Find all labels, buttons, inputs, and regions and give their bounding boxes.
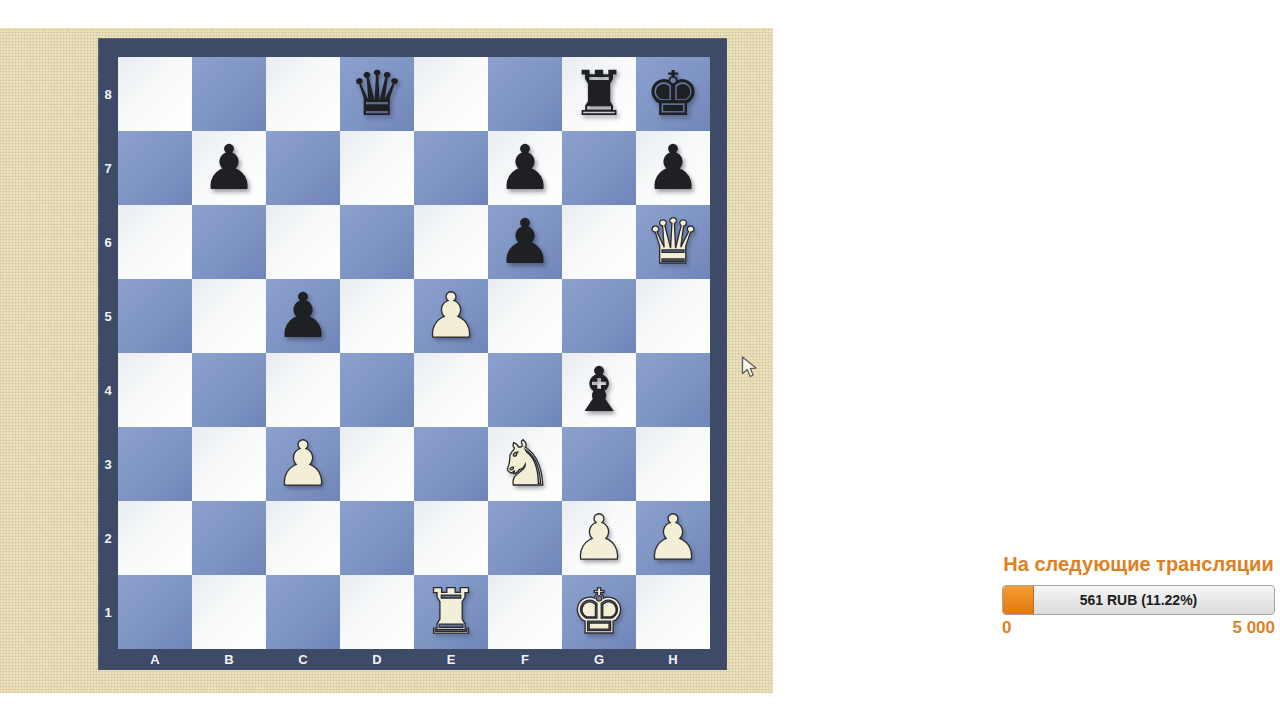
file-label-c: C xyxy=(266,649,340,670)
square-b4[interactable] xyxy=(192,353,266,427)
black-rook-piece: ♜ xyxy=(571,57,627,131)
square-c3[interactable]: ♟ xyxy=(266,427,340,501)
rank-label-7: 7 xyxy=(98,131,118,205)
board-grid: ♛♜♚♟♟♟♟♛♟♟♝♟♞♟♟♜♚ xyxy=(118,57,710,649)
white-pawn-piece: ♟ xyxy=(423,279,479,353)
square-e8[interactable] xyxy=(414,57,488,131)
square-b3[interactable] xyxy=(192,427,266,501)
square-b5[interactable] xyxy=(192,279,266,353)
square-b6[interactable] xyxy=(192,205,266,279)
square-e3[interactable] xyxy=(414,427,488,501)
square-f7[interactable]: ♟ xyxy=(488,131,562,205)
square-e4[interactable] xyxy=(414,353,488,427)
square-h5[interactable] xyxy=(636,279,710,353)
square-a4[interactable] xyxy=(118,353,192,427)
donation-progress-bar: 561 RUB (11.22%) xyxy=(1002,585,1275,615)
rank-labels: 87654321 xyxy=(98,57,118,649)
file-label-e: E xyxy=(414,649,488,670)
square-c6[interactable] xyxy=(266,205,340,279)
rank-label-3: 3 xyxy=(98,427,118,501)
square-b1[interactable] xyxy=(192,575,266,649)
square-d8[interactable]: ♛ xyxy=(340,57,414,131)
square-f8[interactable] xyxy=(488,57,562,131)
square-f5[interactable] xyxy=(488,279,562,353)
rank-label-1: 1 xyxy=(98,575,118,649)
square-b7[interactable]: ♟ xyxy=(192,131,266,205)
black-pawn-piece: ♟ xyxy=(645,131,701,205)
square-g8[interactable]: ♜ xyxy=(562,57,636,131)
file-label-h: H xyxy=(636,649,710,670)
file-label-g: G xyxy=(562,649,636,670)
square-a5[interactable] xyxy=(118,279,192,353)
file-label-d: D xyxy=(340,649,414,670)
rank-label-8: 8 xyxy=(98,57,118,131)
square-e6[interactable] xyxy=(414,205,488,279)
square-c2[interactable] xyxy=(266,501,340,575)
square-c5[interactable]: ♟ xyxy=(266,279,340,353)
square-d3[interactable] xyxy=(340,427,414,501)
white-king-piece: ♚ xyxy=(571,575,627,649)
square-c1[interactable] xyxy=(266,575,340,649)
white-pawn-piece: ♟ xyxy=(645,501,701,575)
square-c7[interactable] xyxy=(266,131,340,205)
donation-max-label: 5 000 xyxy=(1232,618,1275,638)
square-g4[interactable]: ♝ xyxy=(562,353,636,427)
square-h3[interactable] xyxy=(636,427,710,501)
square-h8[interactable]: ♚ xyxy=(636,57,710,131)
square-a7[interactable] xyxy=(118,131,192,205)
black-pawn-piece: ♟ xyxy=(201,131,257,205)
square-g3[interactable] xyxy=(562,427,636,501)
square-h7[interactable]: ♟ xyxy=(636,131,710,205)
rank-label-5: 5 xyxy=(98,279,118,353)
white-pawn-piece: ♟ xyxy=(571,501,627,575)
file-label-f: F xyxy=(488,649,562,670)
file-label-a: A xyxy=(118,649,192,670)
donation-widget: На следующие трансляции 561 RUB (11.22%)… xyxy=(1002,553,1275,638)
square-e2[interactable] xyxy=(414,501,488,575)
square-d2[interactable] xyxy=(340,501,414,575)
square-a3[interactable] xyxy=(118,427,192,501)
square-f2[interactable] xyxy=(488,501,562,575)
square-e1[interactable]: ♜ xyxy=(414,575,488,649)
black-pawn-piece: ♟ xyxy=(275,279,331,353)
square-b2[interactable] xyxy=(192,501,266,575)
square-e5[interactable]: ♟ xyxy=(414,279,488,353)
square-g5[interactable] xyxy=(562,279,636,353)
square-a1[interactable] xyxy=(118,575,192,649)
white-rook-piece: ♜ xyxy=(423,575,479,649)
donation-amount-label: 561 RUB (11.22%) xyxy=(1003,586,1274,614)
file-labels: ABCDEFGH xyxy=(118,649,710,670)
square-e7[interactable] xyxy=(414,131,488,205)
white-pawn-piece: ♟ xyxy=(275,427,331,501)
square-d6[interactable] xyxy=(340,205,414,279)
donation-title: На следующие трансляции xyxy=(1002,553,1275,576)
square-d7[interactable] xyxy=(340,131,414,205)
square-c8[interactable] xyxy=(266,57,340,131)
black-queen-piece: ♛ xyxy=(349,57,405,131)
square-c4[interactable] xyxy=(266,353,340,427)
square-b8[interactable] xyxy=(192,57,266,131)
black-pawn-piece: ♟ xyxy=(497,205,553,279)
black-king-piece: ♚ xyxy=(645,57,701,131)
square-d5[interactable] xyxy=(340,279,414,353)
rank-label-6: 6 xyxy=(98,205,118,279)
square-g6[interactable] xyxy=(562,205,636,279)
square-d4[interactable] xyxy=(340,353,414,427)
square-h4[interactable] xyxy=(636,353,710,427)
black-pawn-piece: ♟ xyxy=(497,131,553,205)
square-f4[interactable] xyxy=(488,353,562,427)
square-d1[interactable] xyxy=(340,575,414,649)
square-g1[interactable]: ♚ xyxy=(562,575,636,649)
square-f1[interactable] xyxy=(488,575,562,649)
square-h1[interactable] xyxy=(636,575,710,649)
square-g7[interactable] xyxy=(562,131,636,205)
square-g2[interactable]: ♟ xyxy=(562,501,636,575)
square-f6[interactable]: ♟ xyxy=(488,205,562,279)
square-a2[interactable] xyxy=(118,501,192,575)
rank-label-2: 2 xyxy=(98,501,118,575)
mouse-cursor-icon xyxy=(741,356,762,383)
square-h2[interactable]: ♟ xyxy=(636,501,710,575)
square-a6[interactable] xyxy=(118,205,192,279)
donation-range: 0 5 000 xyxy=(1002,618,1275,638)
file-label-b: B xyxy=(192,649,266,670)
chess-board: 87654321 ♛♜♚♟♟♟♟♛♟♟♝♟♞♟♟♜♚ ABCDEFGH xyxy=(98,38,727,670)
white-queen-piece: ♛ xyxy=(645,205,701,279)
square-a8[interactable] xyxy=(118,57,192,131)
square-f3[interactable]: ♞ xyxy=(488,427,562,501)
black-bishop-piece: ♝ xyxy=(571,353,627,427)
rank-label-4: 4 xyxy=(98,353,118,427)
white-knight-piece: ♞ xyxy=(497,427,553,501)
donation-min-label: 0 xyxy=(1002,618,1011,638)
square-h6[interactable]: ♛ xyxy=(636,205,710,279)
